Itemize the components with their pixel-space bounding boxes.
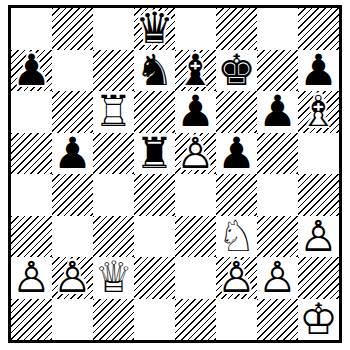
square-a4[interactable]	[11, 174, 52, 216]
square-f1[interactable]	[216, 299, 257, 341]
square-b3[interactable]	[52, 216, 93, 258]
piece-black-queen-icon: ♛	[134, 8, 175, 50]
chess-board: ♛♛♟♟♞♞♝♝♚♚♟♟♜♖♟♟♟♟♝♗♟♟♜♜♟♙♟♟♞♘♟♙♟♙♟♙♛♕♟♙…	[11, 8, 339, 340]
piece-white-queen-icon: ♕	[93, 257, 134, 299]
square-e4[interactable]	[175, 174, 216, 216]
piece-white-pawn-icon: ♙	[175, 133, 216, 175]
square-c2[interactable]: ♛♕	[93, 257, 134, 299]
square-d3[interactable]	[134, 216, 175, 258]
piece-black-pawn-icon: ♟	[298, 50, 339, 92]
square-h1[interactable]: ♚♔	[298, 299, 339, 341]
piece-white-knight-icon: ♘	[216, 216, 257, 258]
piece-white-pawn-icon: ♙	[216, 257, 257, 299]
square-b5[interactable]: ♟♟	[52, 133, 93, 175]
board-frame: ♛♛♟♟♞♞♝♝♚♚♟♟♜♖♟♟♟♟♝♗♟♟♜♜♟♙♟♟♞♘♟♙♟♙♟♙♛♕♟♙…	[8, 5, 342, 343]
square-d4[interactable]	[134, 174, 175, 216]
square-d8[interactable]: ♛♛	[134, 8, 175, 50]
piece-black-pawn-icon: ♟	[216, 133, 257, 175]
square-h6[interactable]: ♝♗	[298, 91, 339, 133]
square-h8[interactable]	[298, 8, 339, 50]
piece-black-pawn-icon: ♟	[257, 91, 298, 133]
square-a7[interactable]: ♟♟	[11, 50, 52, 92]
square-f5[interactable]: ♟♟	[216, 133, 257, 175]
square-c4[interactable]	[93, 174, 134, 216]
square-g4[interactable]	[257, 174, 298, 216]
square-e8[interactable]	[175, 8, 216, 50]
square-f7[interactable]: ♚♚	[216, 50, 257, 92]
square-b6[interactable]	[52, 91, 93, 133]
square-a1[interactable]	[11, 299, 52, 341]
square-b8[interactable]	[52, 8, 93, 50]
square-e1[interactable]	[175, 299, 216, 341]
piece-white-king-icon: ♔	[298, 299, 339, 341]
square-e5[interactable]: ♟♙	[175, 133, 216, 175]
square-h7[interactable]: ♟♟	[298, 50, 339, 92]
square-g2[interactable]: ♟♙	[257, 257, 298, 299]
square-b4[interactable]	[52, 174, 93, 216]
piece-white-rook-icon: ♖	[93, 91, 134, 133]
square-e7[interactable]: ♝♝	[175, 50, 216, 92]
square-c3[interactable]	[93, 216, 134, 258]
square-c5[interactable]	[93, 133, 134, 175]
square-g3[interactable]	[257, 216, 298, 258]
square-d6[interactable]	[134, 91, 175, 133]
square-a5[interactable]	[11, 133, 52, 175]
piece-black-bishop-icon: ♝	[175, 50, 216, 92]
piece-white-pawn-icon: ♙	[11, 257, 52, 299]
square-g5[interactable]	[257, 133, 298, 175]
square-h2[interactable]	[298, 257, 339, 299]
square-f8[interactable]	[216, 8, 257, 50]
piece-black-king-icon: ♚	[216, 50, 257, 92]
piece-white-pawn-icon: ♙	[52, 257, 93, 299]
piece-black-pawn-icon: ♟	[52, 133, 93, 175]
chess-diagram-page: ♛♛♟♟♞♞♝♝♚♚♟♟♜♖♟♟♟♟♝♗♟♟♜♜♟♙♟♟♞♘♟♙♟♙♟♙♛♕♟♙…	[0, 0, 350, 350]
square-a3[interactable]	[11, 216, 52, 258]
square-a6[interactable]	[11, 91, 52, 133]
piece-white-pawn-icon: ♙	[298, 216, 339, 258]
square-b1[interactable]	[52, 299, 93, 341]
square-a8[interactable]	[11, 8, 52, 50]
square-d5[interactable]: ♜♜	[134, 133, 175, 175]
square-b7[interactable]	[52, 50, 93, 92]
square-g6[interactable]: ♟♟	[257, 91, 298, 133]
piece-white-pawn-icon: ♙	[257, 257, 298, 299]
square-h5[interactable]	[298, 133, 339, 175]
square-g8[interactable]	[257, 8, 298, 50]
square-e6[interactable]: ♟♟	[175, 91, 216, 133]
square-h3[interactable]: ♟♙	[298, 216, 339, 258]
piece-white-bishop-icon: ♗	[298, 91, 339, 133]
piece-black-rook-icon: ♜	[134, 133, 175, 175]
square-c7[interactable]	[93, 50, 134, 92]
square-f6[interactable]	[216, 91, 257, 133]
piece-black-pawn-icon: ♟	[175, 91, 216, 133]
square-d2[interactable]	[134, 257, 175, 299]
square-d7[interactable]: ♞♞	[134, 50, 175, 92]
square-c8[interactable]	[93, 8, 134, 50]
square-d1[interactable]	[134, 299, 175, 341]
piece-black-pawn-icon: ♟	[11, 50, 52, 92]
square-e2[interactable]	[175, 257, 216, 299]
square-h4[interactable]	[298, 174, 339, 216]
square-e3[interactable]	[175, 216, 216, 258]
square-f4[interactable]	[216, 174, 257, 216]
square-c6[interactable]: ♜♖	[93, 91, 134, 133]
piece-black-knight-icon: ♞	[134, 50, 175, 92]
square-a2[interactable]: ♟♙	[11, 257, 52, 299]
square-c1[interactable]	[93, 299, 134, 341]
square-f3[interactable]: ♞♘	[216, 216, 257, 258]
square-b2[interactable]: ♟♙	[52, 257, 93, 299]
square-f2[interactable]: ♟♙	[216, 257, 257, 299]
square-g1[interactable]	[257, 299, 298, 341]
square-g7[interactable]	[257, 50, 298, 92]
